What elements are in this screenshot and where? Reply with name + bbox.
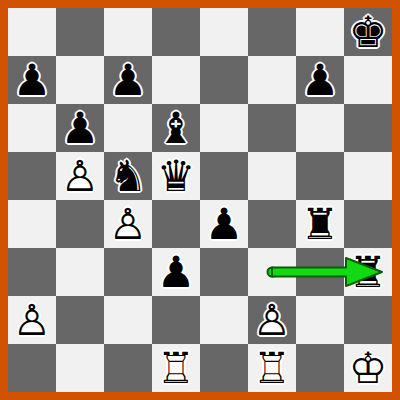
piece-black-pawn[interactable]: ♟ [152, 248, 200, 296]
square-d2[interactable] [152, 296, 200, 344]
piece-white-pawn[interactable]: ♙ [8, 296, 56, 344]
square-g8[interactable] [296, 8, 344, 56]
square-b8[interactable] [56, 8, 104, 56]
square-h1[interactable]: ♚♔ [344, 344, 392, 392]
square-c2[interactable] [104, 296, 152, 344]
square-a2[interactable]: ♟♙ [8, 296, 56, 344]
square-h3[interactable]: ♜ [344, 248, 392, 296]
square-c5[interactable]: ♞ [104, 152, 152, 200]
square-h4[interactable] [344, 200, 392, 248]
square-e7[interactable] [200, 56, 248, 104]
square-c3[interactable] [104, 248, 152, 296]
piece-black-pawn[interactable]: ♟ [200, 200, 248, 248]
square-d7[interactable] [152, 56, 200, 104]
square-e5[interactable] [200, 152, 248, 200]
square-g7[interactable]: ♟ [296, 56, 344, 104]
piece-white-pawn-body: ♟ [56, 152, 104, 200]
piece-black-rook[interactable]: ♜ [296, 200, 344, 248]
square-f7[interactable] [248, 56, 296, 104]
piece-black-rook[interactable]: ♜ [344, 248, 392, 296]
square-h6[interactable] [344, 104, 392, 152]
square-g3[interactable] [296, 248, 344, 296]
square-a3[interactable] [8, 248, 56, 296]
square-a7[interactable]: ♟ [8, 56, 56, 104]
square-e4[interactable]: ♟ [200, 200, 248, 248]
piece-white-king[interactable]: ♔ [344, 344, 392, 392]
square-f3[interactable] [248, 248, 296, 296]
square-e3[interactable] [200, 248, 248, 296]
square-g2[interactable] [296, 296, 344, 344]
square-b2[interactable] [56, 296, 104, 344]
square-a6[interactable] [8, 104, 56, 152]
piece-white-rook[interactable]: ♖ [152, 344, 200, 392]
piece-white-pawn[interactable]: ♙ [104, 200, 152, 248]
square-f5[interactable] [248, 152, 296, 200]
square-c7[interactable]: ♟ [104, 56, 152, 104]
square-c8[interactable] [104, 8, 152, 56]
square-e8[interactable] [200, 8, 248, 56]
piece-white-pawn[interactable]: ♙ [56, 152, 104, 200]
square-g5[interactable] [296, 152, 344, 200]
square-d4[interactable] [152, 200, 200, 248]
piece-black-king[interactable]: ♚ [344, 8, 392, 56]
piece-white-pawn-body: ♟ [248, 296, 296, 344]
piece-black-bishop[interactable]: ♝ [152, 104, 200, 152]
square-g6[interactable] [296, 104, 344, 152]
square-g4[interactable]: ♜ [296, 200, 344, 248]
piece-white-king-body: ♚ [344, 344, 392, 392]
square-b5[interactable]: ♟♙ [56, 152, 104, 200]
square-h5[interactable] [344, 152, 392, 200]
piece-white-rook-body: ♜ [248, 344, 296, 392]
square-a1[interactable] [8, 344, 56, 392]
piece-white-pawn-body: ♟ [104, 200, 152, 248]
piece-white-rook[interactable]: ♖ [248, 344, 296, 392]
square-a4[interactable] [8, 200, 56, 248]
square-h2[interactable] [344, 296, 392, 344]
square-c6[interactable] [104, 104, 152, 152]
piece-black-pawn[interactable]: ♟ [56, 104, 104, 152]
square-b4[interactable] [56, 200, 104, 248]
square-b7[interactable] [56, 56, 104, 104]
piece-black-pawn[interactable]: ♟ [296, 56, 344, 104]
piece-black-pawn[interactable]: ♟ [8, 56, 56, 104]
square-f1[interactable]: ♜♖ [248, 344, 296, 392]
piece-black-knight[interactable]: ♞ [104, 152, 152, 200]
square-h7[interactable] [344, 56, 392, 104]
square-e2[interactable] [200, 296, 248, 344]
piece-white-rook-body: ♜ [152, 344, 200, 392]
square-d1[interactable]: ♜♖ [152, 344, 200, 392]
square-d3[interactable]: ♟ [152, 248, 200, 296]
square-d6[interactable]: ♝ [152, 104, 200, 152]
square-f8[interactable] [248, 8, 296, 56]
square-d5[interactable]: ♛ [152, 152, 200, 200]
square-c1[interactable] [104, 344, 152, 392]
piece-black-queen[interactable]: ♛ [152, 152, 200, 200]
square-b1[interactable] [56, 344, 104, 392]
square-b6[interactable]: ♟ [56, 104, 104, 152]
square-a5[interactable] [8, 152, 56, 200]
square-g1[interactable] [296, 344, 344, 392]
chess-board: ♚♟♟♟♟♝♟♙♞♛♟♙♟♜♟♜♟♙♟♙♜♖♜♖♚♔ [8, 8, 392, 392]
piece-white-pawn-body: ♟ [8, 296, 56, 344]
square-f2[interactable]: ♟♙ [248, 296, 296, 344]
square-b3[interactable] [56, 248, 104, 296]
piece-black-pawn[interactable]: ♟ [104, 56, 152, 104]
square-f6[interactable] [248, 104, 296, 152]
square-d8[interactable] [152, 8, 200, 56]
board-frame: ♚♟♟♟♟♝♟♙♞♛♟♙♟♜♟♜♟♙♟♙♜♖♜♖♚♔ [0, 0, 400, 400]
piece-white-pawn[interactable]: ♙ [248, 296, 296, 344]
square-f4[interactable] [248, 200, 296, 248]
square-e6[interactable] [200, 104, 248, 152]
square-h8[interactable]: ♚ [344, 8, 392, 56]
square-e1[interactable] [200, 344, 248, 392]
square-a8[interactable] [8, 8, 56, 56]
square-c4[interactable]: ♟♙ [104, 200, 152, 248]
